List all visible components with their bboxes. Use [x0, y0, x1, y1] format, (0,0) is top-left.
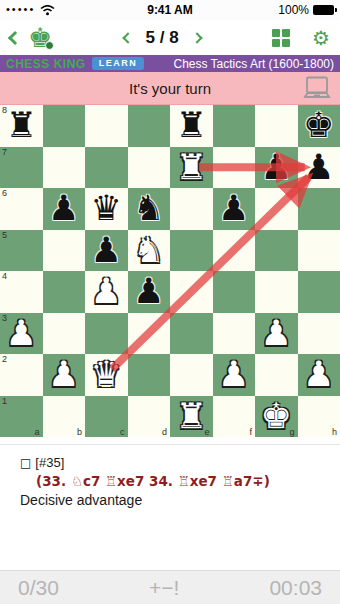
piece-white-pawn-g3[interactable]: ♟: [255, 313, 298, 355]
piece-black-pawn-f6[interactable]: ♟: [213, 188, 256, 230]
square-a3[interactable]: 3♟: [0, 313, 43, 355]
status-time: 9:41 AM: [116, 3, 224, 17]
square-a7[interactable]: 7: [0, 147, 43, 189]
square-c5[interactable]: ♟: [85, 230, 128, 272]
square-b4[interactable]: [43, 271, 86, 313]
square-a8[interactable]: 8♜: [0, 105, 43, 147]
assessment-text: Decisive advantage: [20, 492, 320, 508]
square-c3[interactable]: [85, 313, 128, 355]
square-e6[interactable]: [170, 188, 213, 230]
file-label-e: e: [204, 427, 209, 437]
square-g8[interactable]: [255, 105, 298, 147]
square-h5[interactable]: [298, 230, 340, 272]
piece-white-pawn-b2[interactable]: ♟: [43, 354, 86, 396]
battery-icon: [313, 5, 334, 15]
logo-clock-dot: [45, 41, 54, 50]
piece-black-pawn-h7[interactable]: ♟: [298, 147, 340, 189]
rank-label-8: 8: [2, 105, 7, 115]
chess-king-brand: CHESS KING: [6, 57, 86, 71]
rank-label-7: 7: [2, 147, 7, 157]
square-d5[interactable]: ♞: [128, 230, 171, 272]
nav-bar: ♚ 5 / 8 ⚙: [0, 20, 340, 55]
square-e8[interactable]: ♜: [170, 105, 213, 147]
square-d6[interactable]: ♞: [128, 188, 171, 230]
square-d2[interactable]: [128, 354, 171, 396]
square-a6[interactable]: 6: [0, 188, 43, 230]
back-chevron-icon[interactable]: [8, 30, 22, 44]
file-label-d: d: [162, 427, 167, 437]
square-g1[interactable]: g♚: [255, 396, 298, 438]
status-bar: ••••• 9:41 AM 100%: [0, 0, 340, 20]
square-g4[interactable]: [255, 271, 298, 313]
course-title: Chess Tactics Art (1600-1800): [144, 57, 334, 71]
battery-percent: 100%: [278, 3, 309, 17]
piece-white-rook-e7[interactable]: ♜: [170, 147, 213, 189]
square-g5[interactable]: [255, 230, 298, 272]
square-h6[interactable]: [298, 188, 340, 230]
square-a1[interactable]: 1a: [0, 396, 43, 438]
square-b8[interactable]: [43, 105, 86, 147]
square-c2[interactable]: ♛: [85, 354, 128, 396]
square-c4[interactable]: ♟: [85, 271, 128, 313]
square-b7[interactable]: [43, 147, 86, 189]
square-c7[interactable]: [85, 147, 128, 189]
signal-strength-icon: •••••: [6, 3, 35, 15]
settings-gear-icon[interactable]: ⚙: [312, 28, 330, 48]
square-c1[interactable]: c: [85, 396, 128, 438]
square-g2[interactable]: [255, 354, 298, 396]
rank-label-3: 3: [2, 313, 7, 323]
square-f1[interactable]: f: [213, 396, 256, 438]
file-label-c: c: [120, 427, 125, 437]
puzzle-grid-icon[interactable]: [272, 29, 290, 47]
square-d4[interactable]: ♟: [128, 271, 171, 313]
square-g7[interactable]: ♟: [255, 147, 298, 189]
square-f5[interactable]: [213, 230, 256, 272]
piece-white-pawn-c4[interactable]: ♟: [85, 271, 128, 313]
file-label-b: b: [77, 427, 82, 437]
square-a5[interactable]: 5: [0, 230, 43, 272]
square-e3[interactable]: [170, 313, 213, 355]
piece-white-pawn-h2[interactable]: ♟: [298, 354, 340, 396]
solution-variation: (33. ♘c7 ♖xe7 34. ♖xe7 ♖a7∓): [36, 473, 320, 489]
square-b1[interactable]: b: [43, 396, 86, 438]
learn-badge: LEARN: [92, 57, 145, 70]
piece-white-pawn-f2[interactable]: ♟: [213, 354, 256, 396]
brand-bar: CHESS KING LEARN Chess Tactics Art (1600…: [0, 55, 340, 72]
square-e2[interactable]: [170, 354, 213, 396]
prev-puzzle-chevron-icon[interactable]: [122, 32, 133, 43]
piece-black-knight-d6[interactable]: ♞: [128, 188, 171, 230]
piece-black-rook-e8[interactable]: ♜: [170, 105, 213, 147]
rank-label-1: 1: [2, 396, 7, 406]
piece-black-pawn-d4[interactable]: ♟: [128, 271, 171, 313]
square-d3[interactable]: [128, 313, 171, 355]
square-e1[interactable]: e♜: [170, 396, 213, 438]
square-e7[interactable]: ♜: [170, 147, 213, 189]
square-b3[interactable]: [43, 313, 86, 355]
puzzle-counter: 5 / 8: [146, 28, 179, 48]
chess-board: 8♜♜♚7♜♟♟6♟♛♞♟5♟♞4♟♟3♟♟2♟♛♟♟1abcde♜fg♚h: [0, 105, 340, 437]
turn-banner: It's your turn: [0, 72, 340, 105]
piece-black-queen-c6[interactable]: ♛: [85, 188, 128, 230]
next-puzzle-chevron-icon[interactable]: [191, 32, 202, 43]
result-symbols[interactable]: +−!: [59, 576, 270, 600]
square-f7[interactable]: [213, 147, 256, 189]
score-counter: 0/30: [18, 576, 59, 600]
square-g3[interactable]: ♟: [255, 313, 298, 355]
wifi-icon: [40, 5, 55, 16]
piece-black-pawn-b6[interactable]: ♟: [43, 188, 86, 230]
square-d1[interactable]: d: [128, 396, 171, 438]
piece-black-pawn-g7[interactable]: ♟: [255, 147, 298, 189]
square-b2[interactable]: ♟: [43, 354, 86, 396]
square-c8[interactable]: [85, 105, 128, 147]
file-label-a: a: [34, 427, 39, 437]
square-f6[interactable]: ♟: [213, 188, 256, 230]
piece-black-king-h8[interactable]: ♚: [298, 105, 340, 147]
square-f4[interactable]: [213, 271, 256, 313]
bottom-bar: 0/30 +−! 00:03: [0, 570, 340, 604]
file-label-h: h: [332, 427, 337, 437]
rank-label-6: 6: [2, 188, 7, 198]
square-f8[interactable]: [213, 105, 256, 147]
square-d7[interactable]: [128, 147, 171, 189]
problem-id: [#35]: [35, 455, 64, 470]
square-h4[interactable]: [298, 271, 340, 313]
square-c6[interactable]: ♛: [85, 188, 128, 230]
timer: 00:03: [269, 576, 322, 600]
rank-label-4: 4: [2, 271, 7, 281]
square-e5[interactable]: [170, 230, 213, 272]
square-b6[interactable]: ♟: [43, 188, 86, 230]
white-to-move-icon: □: [20, 456, 31, 470]
file-label-f: f: [249, 427, 252, 437]
square-d8[interactable]: [128, 105, 171, 147]
square-f2[interactable]: ♟: [213, 354, 256, 396]
rank-label-5: 5: [2, 230, 7, 240]
rank-label-2: 2: [2, 354, 7, 364]
piece-white-queen-c2[interactable]: ♛: [85, 354, 128, 396]
file-label-g: g: [289, 427, 294, 437]
square-h8[interactable]: ♚: [298, 105, 340, 147]
piece-white-knight-d5[interactable]: ♞: [128, 230, 171, 272]
square-h1[interactable]: h: [298, 396, 340, 438]
annotation-panel: □[#35] (33. ♘c7 ♖xe7 34. ♖xe7 ♖a7∓) Deci…: [0, 444, 340, 508]
piece-black-pawn-c5[interactable]: ♟: [85, 230, 128, 272]
chess-king-logo-icon[interactable]: ♚: [28, 23, 52, 53]
square-h3[interactable]: [298, 313, 340, 355]
square-a4[interactable]: 4: [0, 271, 43, 313]
square-a2[interactable]: 2: [0, 354, 43, 396]
turn-banner-text: It's your turn: [0, 80, 340, 97]
square-b5[interactable]: [43, 230, 86, 272]
square-h2[interactable]: ♟: [298, 354, 340, 396]
computer-icon: [302, 76, 332, 101]
square-e4[interactable]: [170, 271, 213, 313]
square-h7[interactable]: ♟: [298, 147, 340, 189]
square-g6[interactable]: [255, 188, 298, 230]
square-f3[interactable]: [213, 313, 256, 355]
